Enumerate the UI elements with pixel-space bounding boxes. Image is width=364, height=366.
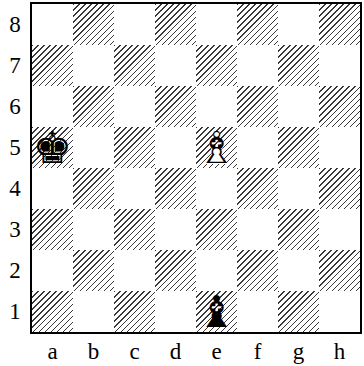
square-h1[interactable] [319,291,360,332]
rank-label-4: 4 [0,168,30,209]
square-a5[interactable]: ♚ [32,127,73,168]
square-a8[interactable] [32,4,73,45]
file-label-b: b [73,334,114,366]
square-a1[interactable] [32,291,73,332]
file-labels: abcdefgh [32,334,364,366]
white-bishop-e5[interactable]: ♗ [197,127,236,168]
file-label-g: g [278,334,319,366]
square-c7[interactable] [114,45,155,86]
square-b3[interactable] [73,209,114,250]
rank-label-1: 1 [0,291,30,332]
file-label-e: e [196,334,237,366]
square-h4[interactable] [319,168,360,209]
square-a6[interactable] [32,86,73,127]
rank-labels: 87654321 [0,2,30,332]
file-label-a: a [32,334,73,366]
square-e1[interactable]: ♝ [196,291,237,332]
square-g5[interactable] [278,127,319,168]
square-g3[interactable] [278,209,319,250]
square-a7[interactable] [32,45,73,86]
square-c2[interactable] [114,250,155,291]
square-d3[interactable] [155,209,196,250]
square-c4[interactable] [114,168,155,209]
square-f7[interactable] [237,45,278,86]
square-f2[interactable] [237,250,278,291]
square-a4[interactable] [32,168,73,209]
rank-label-2: 2 [0,250,30,291]
square-d7[interactable] [155,45,196,86]
square-e5[interactable]: ♝♗ [196,127,237,168]
square-g7[interactable] [278,45,319,86]
square-e2[interactable] [196,250,237,291]
square-e3[interactable] [196,209,237,250]
square-g6[interactable] [278,86,319,127]
square-f1[interactable] [237,291,278,332]
square-c3[interactable] [114,209,155,250]
rank-label-5: 5 [0,127,30,168]
square-h8[interactable] [319,4,360,45]
square-b1[interactable] [73,291,114,332]
square-a3[interactable] [32,209,73,250]
square-b7[interactable] [73,45,114,86]
rank-label-6: 6 [0,86,30,127]
square-f3[interactable] [237,209,278,250]
square-d1[interactable] [155,291,196,332]
square-h7[interactable] [319,45,360,86]
black-bishop-e1[interactable]: ♝ [197,291,236,332]
square-f5[interactable] [237,127,278,168]
square-g4[interactable] [278,168,319,209]
square-b2[interactable] [73,250,114,291]
square-g2[interactable] [278,250,319,291]
square-d8[interactable] [155,4,196,45]
square-h5[interactable] [319,127,360,168]
square-f6[interactable] [237,86,278,127]
square-e8[interactable] [196,4,237,45]
rank-label-8: 8 [0,4,30,45]
square-b6[interactable] [73,86,114,127]
file-label-h: h [319,334,360,366]
square-h3[interactable] [319,209,360,250]
black-king-a5[interactable]: ♚ [33,127,72,168]
square-e6[interactable] [196,86,237,127]
square-h2[interactable] [319,250,360,291]
square-d2[interactable] [155,250,196,291]
board-row: 87654321 ♚♝♗♝ [0,2,364,334]
file-label-d: d [155,334,196,366]
square-d4[interactable] [155,168,196,209]
square-c6[interactable] [114,86,155,127]
rank-label-7: 7 [0,45,30,86]
square-b4[interactable] [73,168,114,209]
square-e7[interactable] [196,45,237,86]
square-c5[interactable] [114,127,155,168]
square-a2[interactable] [32,250,73,291]
square-f8[interactable] [237,4,278,45]
square-d6[interactable] [155,86,196,127]
square-b5[interactable] [73,127,114,168]
square-b8[interactable] [73,4,114,45]
square-d5[interactable] [155,127,196,168]
chess-diagram: 87654321 ♚♝♗♝ abcdefgh [0,0,364,366]
rank-label-3: 3 [0,209,30,250]
file-label-f: f [237,334,278,366]
square-h6[interactable] [319,86,360,127]
square-c1[interactable] [114,291,155,332]
square-c8[interactable] [114,4,155,45]
square-f4[interactable] [237,168,278,209]
board: ♚♝♗♝ [30,2,362,334]
square-g1[interactable] [278,291,319,332]
square-e4[interactable] [196,168,237,209]
file-label-c: c [114,334,155,366]
square-g8[interactable] [278,4,319,45]
